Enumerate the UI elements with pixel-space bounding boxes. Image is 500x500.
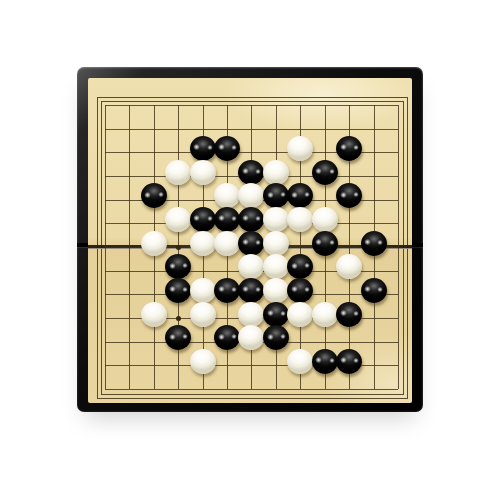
stone-white-E5[interactable] bbox=[190, 278, 216, 303]
stone-white-D10[interactable] bbox=[165, 160, 191, 185]
stone-white-H10[interactable] bbox=[263, 160, 289, 185]
stone-white-D8[interactable] bbox=[165, 207, 191, 232]
stone-white-G4[interactable] bbox=[238, 302, 264, 327]
stone-white-J8[interactable] bbox=[287, 207, 313, 232]
stone-white-J11[interactable] bbox=[287, 136, 313, 161]
stone-black-L11[interactable] bbox=[336, 136, 362, 161]
stone-black-M7[interactable] bbox=[361, 231, 387, 256]
stone-white-J4[interactable] bbox=[287, 302, 313, 327]
stone-black-G7[interactable] bbox=[238, 231, 264, 256]
stone-black-H9[interactable] bbox=[263, 183, 289, 208]
stone-black-K7[interactable] bbox=[312, 231, 338, 256]
star-point bbox=[176, 316, 181, 321]
stone-black-K2[interactable] bbox=[312, 349, 338, 374]
stone-black-L4[interactable] bbox=[336, 302, 362, 327]
stone-black-K10[interactable] bbox=[312, 160, 338, 185]
stone-black-D5[interactable] bbox=[165, 278, 191, 303]
stone-white-K8[interactable] bbox=[312, 207, 338, 232]
star-point bbox=[176, 245, 181, 250]
stone-white-E4[interactable] bbox=[190, 302, 216, 327]
stone-white-K4[interactable] bbox=[312, 302, 338, 327]
stone-white-L6[interactable] bbox=[336, 254, 362, 279]
stone-black-J6[interactable] bbox=[287, 254, 313, 279]
go-board-frame bbox=[77, 67, 423, 412]
stone-black-G10[interactable] bbox=[238, 160, 264, 185]
stone-black-E8[interactable] bbox=[190, 207, 216, 232]
stone-black-L2[interactable] bbox=[336, 349, 362, 374]
stone-black-J5[interactable] bbox=[287, 278, 313, 303]
stone-white-G3[interactable] bbox=[238, 325, 264, 350]
stone-black-L9[interactable] bbox=[336, 183, 362, 208]
stone-white-E7[interactable] bbox=[190, 231, 216, 256]
stone-white-H5[interactable] bbox=[263, 278, 289, 303]
stone-black-H3[interactable] bbox=[263, 325, 289, 350]
product-photo bbox=[0, 0, 500, 500]
stone-white-G6[interactable] bbox=[238, 254, 264, 279]
stone-black-J9[interactable] bbox=[287, 183, 313, 208]
stone-black-F5[interactable] bbox=[214, 278, 240, 303]
stone-white-G9[interactable] bbox=[238, 183, 264, 208]
stone-white-E2[interactable] bbox=[190, 349, 216, 374]
stone-white-E10[interactable] bbox=[190, 160, 216, 185]
stone-white-J2[interactable] bbox=[287, 349, 313, 374]
grid-line-v-13 bbox=[398, 105, 399, 389]
stone-black-C9[interactable] bbox=[141, 183, 167, 208]
stone-black-F8[interactable] bbox=[214, 207, 240, 232]
stone-white-H7[interactable] bbox=[263, 231, 289, 256]
stone-black-D3[interactable] bbox=[165, 325, 191, 350]
stone-black-G8[interactable] bbox=[238, 207, 264, 232]
stone-white-C7[interactable] bbox=[141, 231, 167, 256]
stone-black-G5[interactable] bbox=[238, 278, 264, 303]
board-grid bbox=[77, 67, 423, 412]
stone-white-C4[interactable] bbox=[141, 302, 167, 327]
stone-black-F11[interactable] bbox=[214, 136, 240, 161]
stone-black-D6[interactable] bbox=[165, 254, 191, 279]
stone-white-H8[interactable] bbox=[263, 207, 289, 232]
stone-white-F7[interactable] bbox=[214, 231, 240, 256]
stone-black-F3[interactable] bbox=[214, 325, 240, 350]
stone-black-M5[interactable] bbox=[361, 278, 387, 303]
grid-line-h-13 bbox=[105, 389, 398, 390]
stone-white-H6[interactable] bbox=[263, 254, 289, 279]
stone-white-F9[interactable] bbox=[214, 183, 240, 208]
stone-black-E11[interactable] bbox=[190, 136, 216, 161]
stone-black-H4[interactable] bbox=[263, 302, 289, 327]
